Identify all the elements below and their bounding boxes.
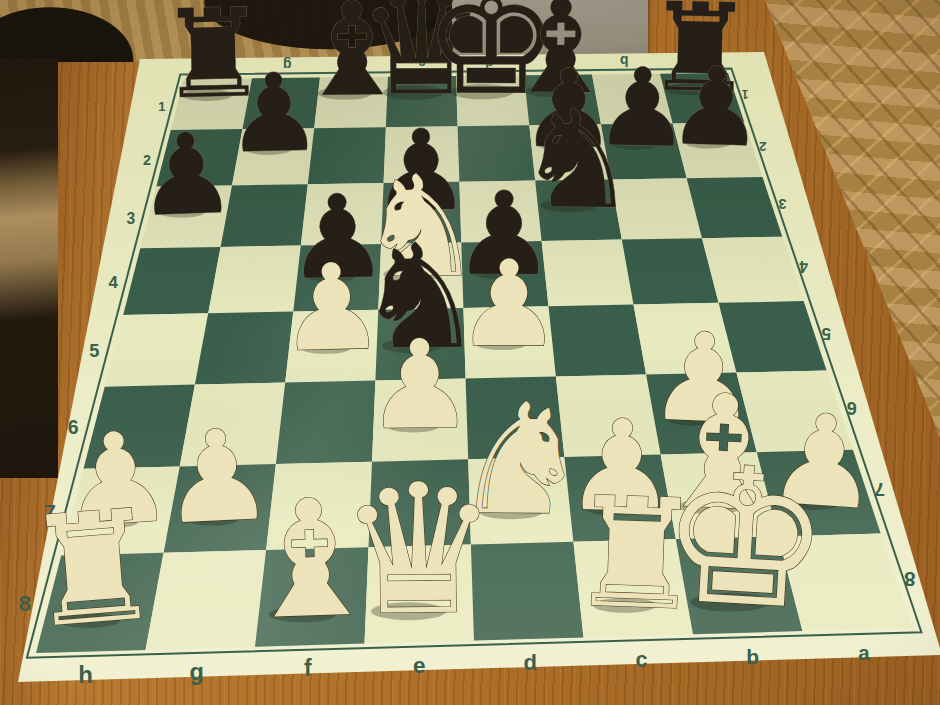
rank-label-right-3: 3: [778, 196, 786, 212]
piece-white-rook-h8: ♜: [19, 475, 168, 662]
rank-label-left-5: 5: [89, 341, 99, 361]
chessboard: 1234567812345678hgfedcbahgfedcba♜♝♛♚♝♜♟♟…: [0, 0, 940, 705]
rank-label-right-4: 4: [799, 258, 808, 275]
file-label-bottom-g: g: [190, 659, 204, 685]
file-label-bottom-a: a: [858, 641, 870, 664]
piece-white-king-b8: ♚: [654, 423, 836, 653]
piece-black-pawn-g2: ♟: [225, 50, 324, 177]
rank-label-left-4: 4: [109, 273, 119, 292]
file-label-bottom-c: c: [636, 648, 648, 672]
file-label-bottom-e: e: [413, 653, 426, 678]
file-label-bottom-h: h: [78, 661, 93, 688]
rank-label-right-5: 5: [822, 324, 831, 343]
piece-white-queen-e8: ♛: [337, 445, 500, 655]
rank-label-left-3: 3: [126, 210, 135, 227]
piece-black-pawn-a2: ♟: [666, 43, 766, 171]
file-label-bottom-f: f: [304, 655, 312, 681]
rank-label-right-8: 8: [904, 568, 915, 590]
photo-scene: { "game": "chess", "scene_description": …: [0, 0, 940, 705]
file-label-bottom-d: d: [524, 650, 537, 675]
piece-black-pawn-h3: ♟: [135, 108, 239, 241]
